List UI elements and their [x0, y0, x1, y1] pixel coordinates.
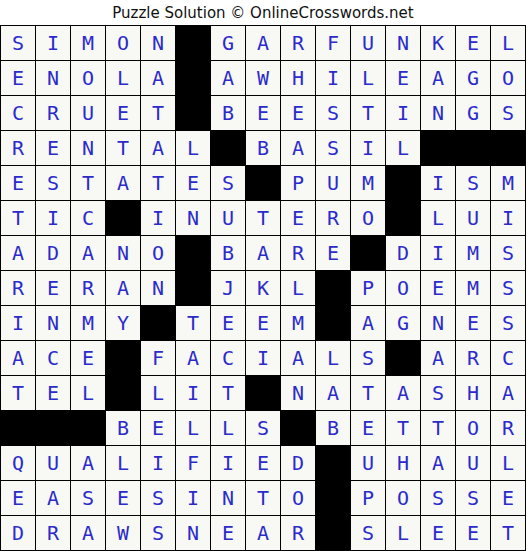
letter-cell-r12c15: R [491, 411, 525, 445]
letter-cell-r15c15: T [491, 516, 525, 550]
letter-cell-r2c8: W [246, 61, 280, 95]
letter-cell-r11c12: A [386, 376, 420, 410]
black-cell-r5c12 [386, 166, 420, 200]
letter-cell-r3c10: S [316, 96, 350, 130]
letter-cell-r6c11: O [351, 201, 385, 235]
letter-cell-r3c14: G [456, 96, 490, 130]
letter-cell-r4c5: A [141, 131, 175, 165]
letter-cell-r4c12: L [386, 131, 420, 165]
letter-cell-r10c11: S [351, 341, 385, 375]
letter-cell-r11c9: N [281, 376, 315, 410]
letter-cell-r4c6: L [176, 131, 210, 165]
letter-cell-r6c1: T [1, 201, 35, 235]
letter-cell-r7c4: N [106, 236, 140, 270]
black-cell-r12c9 [281, 411, 315, 445]
letter-cell-r11c3: L [71, 376, 105, 410]
letter-cell-r5c6: E [176, 166, 210, 200]
black-cell-r8c10 [316, 271, 350, 305]
letter-cell-r10c2: C [36, 341, 70, 375]
letter-cell-r2c7: A [211, 61, 245, 95]
letter-cell-r9c13: N [421, 306, 455, 340]
letter-cell-r6c7: U [211, 201, 245, 235]
letter-cell-r7c9: R [281, 236, 315, 270]
letter-cell-r15c3: A [71, 516, 105, 550]
letter-cell-r14c7: N [211, 481, 245, 515]
letter-cell-r1c4: O [106, 26, 140, 60]
black-cell-r10c4 [106, 341, 140, 375]
letter-cell-r14c8: T [246, 481, 280, 515]
letter-cell-r13c13: A [421, 446, 455, 480]
letter-cell-r12c14: O [456, 411, 490, 445]
letter-cell-r7c15: S [491, 236, 525, 270]
letter-cell-r9c7: E [211, 306, 245, 340]
letter-cell-r7c5: O [141, 236, 175, 270]
letter-cell-r15c8: A [246, 516, 280, 550]
letter-cell-r7c14: M [456, 236, 490, 270]
letter-cell-r5c13: I [421, 166, 455, 200]
letter-cell-r2c2: N [36, 61, 70, 95]
puzzle-solution-page: Puzzle Solution © OnlineCrosswords.net S… [0, 0, 526, 551]
letter-cell-r15c11: S [351, 516, 385, 550]
black-cell-r6c4 [106, 201, 140, 235]
letter-cell-r1c11: U [351, 26, 385, 60]
letter-cell-r10c15: C [491, 341, 525, 375]
black-cell-r12c2 [36, 411, 70, 445]
letter-cell-r9c1: I [1, 306, 35, 340]
letter-cell-r9c2: N [36, 306, 70, 340]
letter-cell-r5c10: U [316, 166, 350, 200]
letter-cell-r6c2: I [36, 201, 70, 235]
black-cell-r5c8 [246, 166, 280, 200]
letter-cell-r5c1: E [1, 166, 35, 200]
letter-cell-r11c14: H [456, 376, 490, 410]
letter-cell-r6c13: L [421, 201, 455, 235]
letter-cell-r1c14: E [456, 26, 490, 60]
letter-cell-r12c10: B [316, 411, 350, 445]
letter-cell-r12c13: T [421, 411, 455, 445]
letter-cell-r3c13: N [421, 96, 455, 130]
letter-cell-r14c14: S [456, 481, 490, 515]
letter-cell-r8c5: N [141, 271, 175, 305]
letter-cell-r13c12: H [386, 446, 420, 480]
letter-cell-r15c7: E [211, 516, 245, 550]
letter-cell-r3c4: E [106, 96, 140, 130]
letter-cell-r11c6: I [176, 376, 210, 410]
black-cell-r8c6 [176, 271, 210, 305]
letter-cell-r8c1: R [1, 271, 35, 305]
letter-cell-r8c12: O [386, 271, 420, 305]
letter-cell-r15c2: R [36, 516, 70, 550]
letter-cell-r8c3: R [71, 271, 105, 305]
letter-cell-r3c2: R [36, 96, 70, 130]
letter-cell-r6c10: R [316, 201, 350, 235]
letter-cell-r12c11: E [351, 411, 385, 445]
letter-cell-r11c2: E [36, 376, 70, 410]
letter-cell-r10c9: A [281, 341, 315, 375]
letter-cell-r5c5: T [141, 166, 175, 200]
letter-cell-r8c14: M [456, 271, 490, 305]
letter-cell-r10c1: A [1, 341, 35, 375]
letter-cell-r10c5: F [141, 341, 175, 375]
letter-cell-r7c2: D [36, 236, 70, 270]
black-cell-r11c4 [106, 376, 140, 410]
letter-cell-r1c8: A [246, 26, 280, 60]
black-cell-r7c6 [176, 236, 210, 270]
letter-cell-r9c11: A [351, 306, 385, 340]
letter-cell-r9c8: E [246, 306, 280, 340]
letter-cell-r5c14: S [456, 166, 490, 200]
letter-cell-r2c10: I [316, 61, 350, 95]
black-cell-r13c10 [316, 446, 350, 480]
letter-cell-r5c7: S [211, 166, 245, 200]
letter-cell-r8c7: J [211, 271, 245, 305]
letter-cell-r5c3: T [71, 166, 105, 200]
letter-cell-r7c8: A [246, 236, 280, 270]
letter-cell-r1c5: N [141, 26, 175, 60]
title-bar: Puzzle Solution © OnlineCrosswords.net [0, 0, 526, 25]
letter-cell-r13c2: U [36, 446, 70, 480]
letter-cell-r3c8: E [246, 96, 280, 130]
letter-cell-r14c15: E [491, 481, 525, 515]
letter-cell-r8c4: A [106, 271, 140, 305]
letter-cell-r9c6: T [176, 306, 210, 340]
letter-cell-r12c4: B [106, 411, 140, 445]
letter-cell-r11c7: T [211, 376, 245, 410]
letter-cell-r10c7: C [211, 341, 245, 375]
letter-cell-r7c1: A [1, 236, 35, 270]
letter-cell-r8c15: S [491, 271, 525, 305]
letter-cell-r15c13: E [421, 516, 455, 550]
letter-cell-r4c9: A [281, 131, 315, 165]
letter-cell-r5c15: M [491, 166, 525, 200]
letter-cell-r13c1: Q [1, 446, 35, 480]
black-cell-r2c6 [176, 61, 210, 95]
letter-cell-r11c10: A [316, 376, 350, 410]
letter-cell-r1c1: S [1, 26, 35, 60]
black-cell-r4c15 [491, 131, 525, 165]
letter-cell-r15c1: D [1, 516, 35, 550]
letter-cell-r13c9: D [281, 446, 315, 480]
letter-cell-r3c11: T [351, 96, 385, 130]
letter-cell-r8c13: E [421, 271, 455, 305]
letter-cell-r4c8: B [246, 131, 280, 165]
black-cell-r4c14 [456, 131, 490, 165]
letter-cell-r13c5: I [141, 446, 175, 480]
black-cell-r4c7 [211, 131, 245, 165]
crossword-grid: SIMONGARFUNKELENOLAAWHILEAGOCRUETBEESTIN… [0, 25, 526, 551]
letter-cell-r2c15: O [491, 61, 525, 95]
letter-cell-r9c9: M [281, 306, 315, 340]
letter-cell-r14c2: A [36, 481, 70, 515]
page-title: Puzzle Solution © OnlineCrosswords.net [112, 4, 413, 22]
letter-cell-r2c1: E [1, 61, 35, 95]
letter-cell-r6c5: I [141, 201, 175, 235]
letter-cell-r15c5: S [141, 516, 175, 550]
letter-cell-r12c7: L [211, 411, 245, 445]
black-cell-r15c10 [316, 516, 350, 550]
letter-cell-r6c6: N [176, 201, 210, 235]
black-cell-r4c13 [421, 131, 455, 165]
letter-cell-r8c8: K [246, 271, 280, 305]
letter-cell-r1c9: R [281, 26, 315, 60]
letter-cell-r14c9: O [281, 481, 315, 515]
letter-cell-r5c2: S [36, 166, 70, 200]
black-cell-r9c5 [141, 306, 175, 340]
letter-cell-r13c8: E [246, 446, 280, 480]
letter-cell-r4c10: S [316, 131, 350, 165]
black-cell-r7c11 [351, 236, 385, 270]
letter-cell-r2c3: O [71, 61, 105, 95]
letter-cell-r10c10: L [316, 341, 350, 375]
letter-cell-r9c3: M [71, 306, 105, 340]
letter-cell-r13c11: U [351, 446, 385, 480]
letter-cell-r2c14: G [456, 61, 490, 95]
letter-cell-r12c12: T [386, 411, 420, 445]
letter-cell-r3c9: E [281, 96, 315, 130]
letter-cell-r2c12: E [386, 61, 420, 95]
letter-cell-r4c1: R [1, 131, 35, 165]
letter-cell-r10c8: I [246, 341, 280, 375]
letter-cell-r13c6: F [176, 446, 210, 480]
letter-cell-r13c3: A [71, 446, 105, 480]
letter-cell-r15c14: E [456, 516, 490, 550]
letter-cell-r15c6: N [176, 516, 210, 550]
letter-cell-r5c9: P [281, 166, 315, 200]
letter-cell-r4c3: N [71, 131, 105, 165]
letter-cell-r11c15: A [491, 376, 525, 410]
black-cell-r14c10 [316, 481, 350, 515]
letter-cell-r3c5: T [141, 96, 175, 130]
letter-cell-r1c3: M [71, 26, 105, 60]
letter-cell-r1c13: K [421, 26, 455, 60]
black-cell-r11c8 [246, 376, 280, 410]
black-cell-r9c10 [316, 306, 350, 340]
letter-cell-r6c14: U [456, 201, 490, 235]
letter-cell-r1c7: G [211, 26, 245, 60]
letter-cell-r9c15: S [491, 306, 525, 340]
letter-cell-r4c11: I [351, 131, 385, 165]
letter-cell-r13c14: U [456, 446, 490, 480]
letter-cell-r7c10: E [316, 236, 350, 270]
letter-cell-r12c5: E [141, 411, 175, 445]
letter-cell-r9c4: Y [106, 306, 140, 340]
letter-cell-r1c2: I [36, 26, 70, 60]
letter-cell-r2c11: L [351, 61, 385, 95]
letter-cell-r3c15: S [491, 96, 525, 130]
letter-cell-r10c14: R [456, 341, 490, 375]
letter-cell-r3c1: C [1, 96, 35, 130]
black-cell-r10c12 [386, 341, 420, 375]
black-cell-r12c1 [1, 411, 35, 445]
letter-cell-r6c15: I [491, 201, 525, 235]
letter-cell-r10c3: E [71, 341, 105, 375]
letter-cell-r9c12: G [386, 306, 420, 340]
letter-cell-r3c12: I [386, 96, 420, 130]
black-cell-r12c3 [71, 411, 105, 445]
letter-cell-r3c7: B [211, 96, 245, 130]
letter-cell-r11c11: T [351, 376, 385, 410]
letter-cell-r7c13: I [421, 236, 455, 270]
letter-cell-r11c5: L [141, 376, 175, 410]
letter-cell-r5c11: M [351, 166, 385, 200]
letter-cell-r14c13: S [421, 481, 455, 515]
letter-cell-r13c7: I [211, 446, 245, 480]
letter-cell-r7c3: A [71, 236, 105, 270]
letter-cell-r2c5: A [141, 61, 175, 95]
letter-cell-r14c11: P [351, 481, 385, 515]
letter-cell-r4c4: T [106, 131, 140, 165]
letter-cell-r11c13: S [421, 376, 455, 410]
letter-cell-r5c4: A [106, 166, 140, 200]
letter-cell-r12c8: S [246, 411, 280, 445]
letter-cell-r10c13: A [421, 341, 455, 375]
letter-cell-r10c6: A [176, 341, 210, 375]
letter-cell-r4c2: E [36, 131, 70, 165]
letter-cell-r14c1: E [1, 481, 35, 515]
letter-cell-r8c2: E [36, 271, 70, 305]
black-cell-r1c6 [176, 26, 210, 60]
letter-cell-r6c8: T [246, 201, 280, 235]
letter-cell-r6c9: E [281, 201, 315, 235]
letter-cell-r6c3: C [71, 201, 105, 235]
letter-cell-r15c9: R [281, 516, 315, 550]
letter-cell-r13c15: L [491, 446, 525, 480]
letter-cell-r14c4: E [106, 481, 140, 515]
letter-cell-r2c4: L [106, 61, 140, 95]
black-cell-r3c6 [176, 96, 210, 130]
letter-cell-r1c10: F [316, 26, 350, 60]
letter-cell-r15c4: W [106, 516, 140, 550]
letter-cell-r3c3: U [71, 96, 105, 130]
letter-cell-r8c11: P [351, 271, 385, 305]
letter-cell-r9c14: E [456, 306, 490, 340]
letter-cell-r2c9: H [281, 61, 315, 95]
letter-cell-r14c6: I [176, 481, 210, 515]
letter-cell-r14c12: O [386, 481, 420, 515]
letter-cell-r11c1: T [1, 376, 35, 410]
letter-cell-r7c7: B [211, 236, 245, 270]
black-cell-r6c12 [386, 201, 420, 235]
letter-cell-r14c3: S [71, 481, 105, 515]
letter-cell-r12c6: L [176, 411, 210, 445]
letter-cell-r8c9: L [281, 271, 315, 305]
letter-cell-r7c12: D [386, 236, 420, 270]
letter-cell-r15c12: L [386, 516, 420, 550]
letter-cell-r2c13: A [421, 61, 455, 95]
letter-cell-r13c4: L [106, 446, 140, 480]
letter-cell-r14c5: S [141, 481, 175, 515]
letter-cell-r1c12: N [386, 26, 420, 60]
letter-cell-r1c15: L [491, 26, 525, 60]
